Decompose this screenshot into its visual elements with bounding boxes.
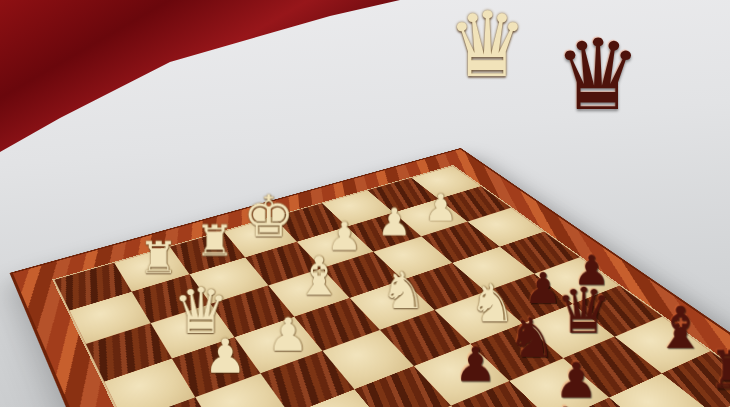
piece-red-king-e8: ♚: [529, 398, 601, 407]
piece-red-bishop-h7: ♝: [654, 299, 706, 357]
board-grid: ♜♜♚♟♟♟♛♝♟♟♞♞♟♟♟♞♛♝♟♟♝♞♚♜: [52, 165, 730, 407]
piece-white-pawn-c4: ♟: [268, 312, 309, 358]
piece-white-bishop-d3: ♝: [295, 249, 343, 303]
piece-white-knight-e4: ♞: [381, 265, 427, 316]
piece-red-knight-f6: ♞: [507, 310, 556, 365]
piece-white-pawn-b4: ♟: [204, 333, 246, 380]
piece-white-rook-c1: ♜: [195, 219, 234, 262]
piece-red-rook-h8: ♜: [708, 343, 730, 396]
square-h8: ♜: [661, 351, 730, 407]
board-frame: ♜♜♚♟♟♟♛♝♟♟♞♞♟♟♟♞♛♝♟♟♝♞♚♜: [13, 149, 730, 407]
piece-white-rook-b1: ♜: [138, 235, 178, 279]
piece-white-pawn-g2: ♟: [424, 189, 457, 226]
board-scene: ♜♜♚♟♟♟♛♝♟♟♞♞♟♟♟♞♛♝♟♟♝♞♚♜: [0, 0, 730, 407]
chess-set-photo: ♛ ♛ ♜♜♚♟♟♟♛♝♟♟♞♞♟♟♟♞♛♝♟♟♝♞♚♜: [0, 0, 730, 407]
piece-white-pawn-f2: ♟: [377, 203, 411, 241]
piece-red-pawn-e6: ♟: [454, 340, 497, 388]
chess-board: ♜♜♚♟♟♟♛♝♟♟♞♞♟♟♟♞♛♝♟♟♝♞♚♜: [52, 165, 730, 407]
piece-red-queen-g6: ♛: [556, 280, 613, 343]
piece-white-king-d1: ♚: [242, 188, 294, 246]
